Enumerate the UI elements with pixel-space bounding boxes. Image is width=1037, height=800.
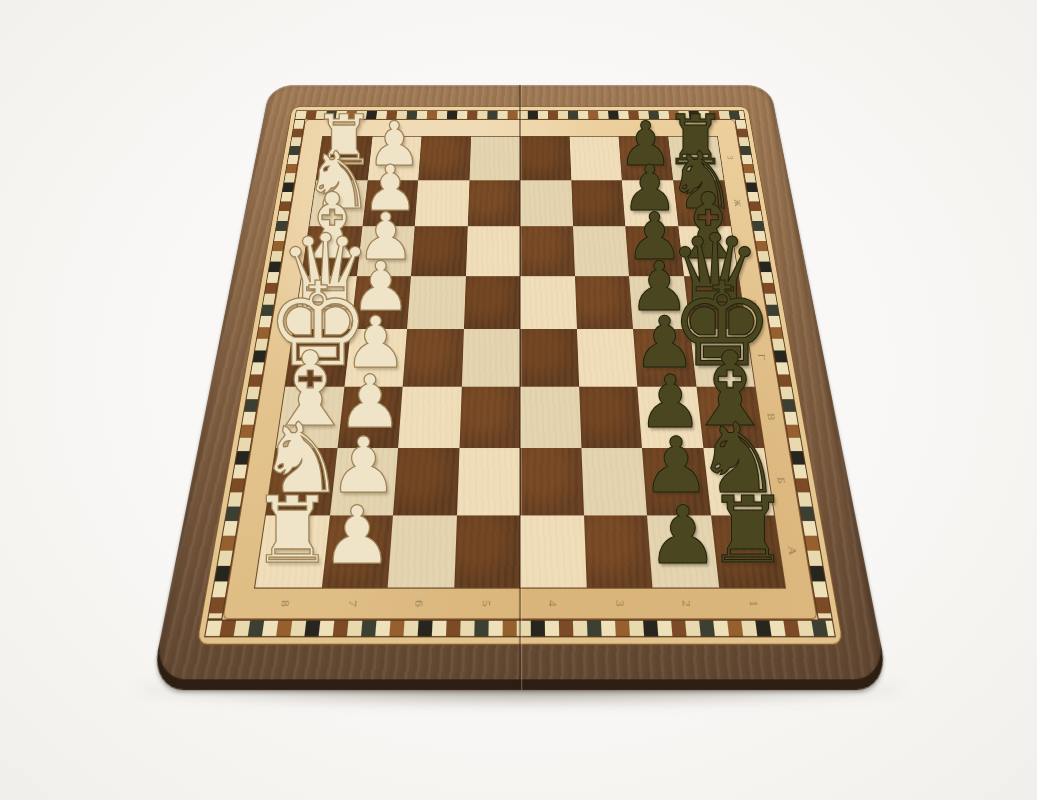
piece-white-pawn-a7[interactable]: ♟: [321, 495, 393, 575]
product-photo-stage: 87654321ЗЖЕДГВБА ♜♟♟♜♞♟♟♞♝♟♟♝♛♟♟♛♚♟♟♚♝♟♟…: [0, 0, 1037, 800]
pieces-layer: ♜♟♟♜♞♟♟♞♝♟♟♝♛♟♟♛♚♟♟♚♝♟♟♝♞♟♟♞♜♟♟♜: [0, 0, 1037, 800]
piece-green-rook-a1[interactable]: ♜: [706, 485, 788, 577]
